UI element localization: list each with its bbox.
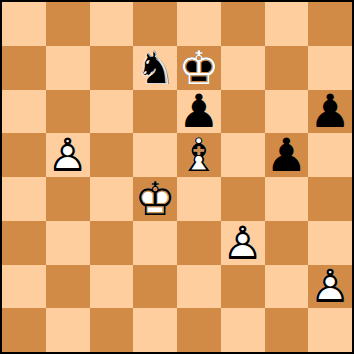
square-f4[interactable]	[221, 177, 265, 221]
square-d1[interactable]	[133, 308, 177, 352]
square-a4[interactable]	[2, 177, 46, 221]
square-h1[interactable]	[308, 308, 352, 352]
square-g7[interactable]	[265, 46, 309, 90]
square-c7[interactable]	[90, 46, 134, 90]
piece-white-pawn[interactable]: ♟♙	[308, 265, 352, 309]
square-e6[interactable]: ♟	[177, 90, 221, 134]
square-a6[interactable]	[2, 90, 46, 134]
square-b8[interactable]	[46, 2, 90, 46]
piece-white-pawn[interactable]: ♟♙	[221, 221, 265, 265]
square-e2[interactable]	[177, 265, 221, 309]
square-c4[interactable]	[90, 177, 134, 221]
piece-outline-layer: ♙	[308, 265, 352, 309]
piece-outline-layer: ♙	[221, 221, 265, 265]
square-b7[interactable]	[46, 46, 90, 90]
square-a5[interactable]	[2, 133, 46, 177]
square-e4[interactable]	[177, 177, 221, 221]
square-d6[interactable]	[133, 90, 177, 134]
square-c5[interactable]	[90, 133, 134, 177]
square-g6[interactable]	[265, 90, 309, 134]
square-c6[interactable]	[90, 90, 134, 134]
square-d2[interactable]	[133, 265, 177, 309]
square-d7[interactable]: ♞♘	[133, 46, 177, 90]
square-g5[interactable]: ♟	[265, 133, 309, 177]
piece-outline-layer: ♗	[177, 133, 221, 177]
square-h2[interactable]: ♟♙	[308, 265, 352, 309]
square-e1[interactable]	[177, 308, 221, 352]
square-f2[interactable]	[221, 265, 265, 309]
square-a7[interactable]	[2, 46, 46, 90]
piece-black-pawn[interactable]: ♟	[265, 133, 309, 177]
square-h8[interactable]	[308, 2, 352, 46]
square-b1[interactable]	[46, 308, 90, 352]
piece-outline-layer: ♔	[177, 46, 221, 90]
square-g3[interactable]	[265, 221, 309, 265]
piece-solid-layer: ♟	[265, 133, 309, 177]
square-b2[interactable]	[46, 265, 90, 309]
square-d3[interactable]	[133, 221, 177, 265]
square-g4[interactable]	[265, 177, 309, 221]
square-g1[interactable]	[265, 308, 309, 352]
square-b6[interactable]	[46, 90, 90, 134]
chess-board: ♞♘♚♔♟♟♟♙♝♗♟♚♔♟♙♟♙	[2, 2, 352, 352]
square-f7[interactable]	[221, 46, 265, 90]
piece-black-pawn[interactable]: ♟	[177, 90, 221, 134]
square-a1[interactable]	[2, 308, 46, 352]
square-g2[interactable]	[265, 265, 309, 309]
square-f8[interactable]	[221, 2, 265, 46]
square-f3[interactable]: ♟♙	[221, 221, 265, 265]
square-f1[interactable]	[221, 308, 265, 352]
square-f5[interactable]	[221, 133, 265, 177]
square-d5[interactable]	[133, 133, 177, 177]
square-c2[interactable]	[90, 265, 134, 309]
piece-solid-layer: ♟	[308, 90, 352, 134]
piece-outline-layer: ♙	[46, 133, 90, 177]
square-f6[interactable]	[221, 90, 265, 134]
square-b4[interactable]	[46, 177, 90, 221]
piece-white-bishop[interactable]: ♝♗	[177, 133, 221, 177]
piece-black-king[interactable]: ♚♔	[177, 46, 221, 90]
piece-white-king[interactable]: ♚♔	[133, 177, 177, 221]
square-h4[interactable]	[308, 177, 352, 221]
square-e7[interactable]: ♚♔	[177, 46, 221, 90]
square-c1[interactable]	[90, 308, 134, 352]
square-e5[interactable]: ♝♗	[177, 133, 221, 177]
square-h3[interactable]	[308, 221, 352, 265]
piece-outline-layer: ♘	[133, 46, 177, 90]
square-g8[interactable]	[265, 2, 309, 46]
square-b3[interactable]	[46, 221, 90, 265]
square-h7[interactable]	[308, 46, 352, 90]
square-b5[interactable]: ♟♙	[46, 133, 90, 177]
piece-white-pawn[interactable]: ♟♙	[46, 133, 90, 177]
square-h5[interactable]	[308, 133, 352, 177]
square-c8[interactable]	[90, 2, 134, 46]
piece-black-knight[interactable]: ♞♘	[133, 46, 177, 90]
square-d4[interactable]: ♚♔	[133, 177, 177, 221]
square-a8[interactable]	[2, 2, 46, 46]
square-c3[interactable]	[90, 221, 134, 265]
square-a2[interactable]	[2, 265, 46, 309]
piece-solid-layer: ♟	[177, 90, 221, 134]
piece-black-pawn[interactable]: ♟	[308, 90, 352, 134]
piece-outline-layer: ♔	[133, 177, 177, 221]
square-a3[interactable]	[2, 221, 46, 265]
square-d8[interactable]	[133, 2, 177, 46]
square-h6[interactable]: ♟	[308, 90, 352, 134]
square-e3[interactable]	[177, 221, 221, 265]
square-e8[interactable]	[177, 2, 221, 46]
